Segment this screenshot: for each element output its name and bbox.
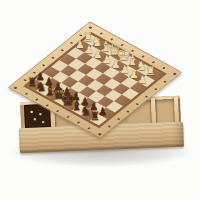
square-r7c7: ♜	[90, 114, 107, 125]
peg-hole	[61, 49, 64, 51]
peg-hole	[25, 93, 28, 95]
peg-hole	[117, 118, 120, 120]
peg-hole	[145, 96, 148, 98]
peg-hole	[136, 103, 139, 105]
peg-hole	[173, 73, 176, 75]
peg-hole	[51, 57, 54, 59]
peg-hole	[45, 104, 48, 106]
peg-hole	[87, 127, 90, 129]
peg-hole	[66, 116, 69, 118]
peg-hole	[154, 88, 157, 90]
peg-hole	[14, 87, 17, 89]
peg-hole	[163, 81, 166, 83]
peg-hole	[98, 133, 101, 135]
product-photo-scene: ♜♞♝♛♚♝♞♜♟♟♟♟♟♟♟♟♟♟♟♟♟♟♟♟♜♞♝♛♚♝♞♜	[0, 0, 200, 200]
black-rook: ♜	[82, 111, 108, 122]
peg-hole	[56, 110, 59, 112]
peg-hole	[162, 67, 165, 69]
peg-hole	[108, 125, 111, 127]
peg-hole	[42, 64, 45, 66]
peg-hole	[152, 61, 155, 63]
compartment-divider	[174, 97, 179, 122]
peg-hole	[89, 26, 92, 28]
peg-hole	[126, 110, 129, 112]
peg-hole	[35, 98, 38, 100]
peg-hole	[77, 121, 80, 123]
